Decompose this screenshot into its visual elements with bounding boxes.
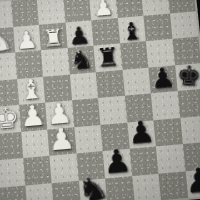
square-h3[interactable] [180, 115, 200, 144]
square-f2[interactable] [129, 146, 158, 175]
square-b7[interactable]: ♟ [13, 24, 41, 52]
square-b4[interactable]: ♟ [19, 103, 48, 132]
piece-black-knight-d6[interactable]: ♞ [69, 47, 94, 74]
piece-black-bishop-f7[interactable]: ♝ [120, 18, 144, 43]
square-e6[interactable]: ♜ [93, 43, 122, 71]
square-b8[interactable] [11, 0, 39, 27]
square-d4[interactable] [72, 98, 101, 127]
piece-white-pawn-c3[interactable]: ♟ [47, 124, 76, 156]
square-d1[interactable]: ♞ [78, 178, 107, 200]
square-d6[interactable]: ♞ [67, 46, 96, 74]
square-g3[interactable] [153, 117, 182, 146]
square-c6[interactable] [41, 48, 69, 76]
square-a3[interactable] [0, 131, 23, 160]
square-e2[interactable]: ♟ [103, 149, 132, 178]
square-h5[interactable]: ♚ [175, 63, 200, 91]
square-g2[interactable] [156, 144, 185, 173]
piece-black-pawn-f3[interactable]: ♟ [127, 117, 156, 149]
square-d3[interactable] [74, 124, 103, 153]
square-c8[interactable] [37, 0, 65, 24]
piece-black-king-h5[interactable]: ♚ [177, 63, 200, 91]
square-f1[interactable] [132, 173, 161, 200]
square-f7[interactable]: ♝ [117, 15, 146, 43]
square-h4[interactable] [177, 89, 200, 118]
square-a2[interactable] [0, 158, 25, 187]
piece-white-king-a4[interactable]: ♚ [0, 103, 20, 133]
square-g5[interactable]: ♟ [148, 65, 177, 94]
square-f5[interactable] [122, 67, 151, 96]
square-d8[interactable] [63, 0, 91, 22]
square-f3[interactable]: ♟ [127, 120, 156, 149]
square-g4[interactable] [151, 91, 180, 120]
photo-frame: ♟♞♟♜♟♝♞♜♝♟♚♚♟♟♟♟♟♞♟ [0, 0, 200, 200]
square-a1[interactable] [0, 185, 27, 200]
square-e4[interactable] [98, 96, 127, 125]
square-d5[interactable] [69, 72, 98, 101]
square-b3[interactable] [21, 129, 50, 158]
piece-black-pawn-e2[interactable]: ♟ [102, 144, 133, 178]
square-h1[interactable]: ♟ [185, 169, 200, 198]
piece-black-pawn-g5[interactable]: ♟ [149, 65, 176, 94]
square-a4[interactable]: ♚ [0, 105, 21, 134]
square-c3[interactable]: ♟ [47, 127, 76, 156]
piece-white-pawn-b7[interactable]: ♟ [15, 27, 38, 53]
square-h7[interactable] [169, 11, 198, 39]
chess-board: ♟♞♟♜♟♝♞♜♝♟♚♚♟♟♟♟♟♞♟ [0, 0, 200, 200]
square-b2[interactable] [23, 156, 52, 185]
square-c7[interactable]: ♜ [39, 22, 67, 50]
square-f6[interactable] [120, 41, 149, 69]
piece-white-knight-a7[interactable]: ♞ [0, 28, 13, 55]
piece-white-pawn-e8[interactable]: ♟ [92, 0, 114, 20]
piece-white-pawn-b4[interactable]: ♟ [19, 101, 47, 131]
square-b1[interactable] [25, 183, 54, 200]
piece-black-pawn-h1[interactable]: ♟ [183, 163, 200, 198]
piece-black-rook-e6[interactable]: ♜ [95, 44, 120, 71]
piece-white-rook-c7[interactable]: ♜ [41, 24, 64, 50]
square-e1[interactable] [105, 176, 134, 200]
square-e5[interactable] [96, 69, 125, 98]
square-g7[interactable] [143, 13, 172, 41]
